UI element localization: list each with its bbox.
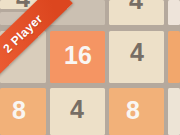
tile-8-mid-right-partial xyxy=(168,31,180,83)
tile-value: 16 xyxy=(64,43,92,68)
tile-8-bottom-left: 8 xyxy=(0,88,46,135)
tile-value: 4 xyxy=(129,0,143,13)
tile-2-bottom-right-partial xyxy=(168,88,180,135)
tile-value: 4 xyxy=(70,97,84,122)
tile-16: 16 xyxy=(50,31,105,83)
tile-4-middle: 4 xyxy=(109,31,164,83)
tile-value: 8 xyxy=(12,98,26,123)
tile-value: 4 xyxy=(130,40,144,65)
tile-4-top: 4 xyxy=(109,0,164,25)
tile-value: 8 xyxy=(126,98,140,123)
tile-8-bottom: 8 xyxy=(109,88,164,135)
tile-2-top-right-partial xyxy=(168,0,180,25)
game-board-2048[interactable]: 44164848 2 Player xyxy=(0,0,180,135)
tile-4-bottom: 4 xyxy=(50,88,105,135)
